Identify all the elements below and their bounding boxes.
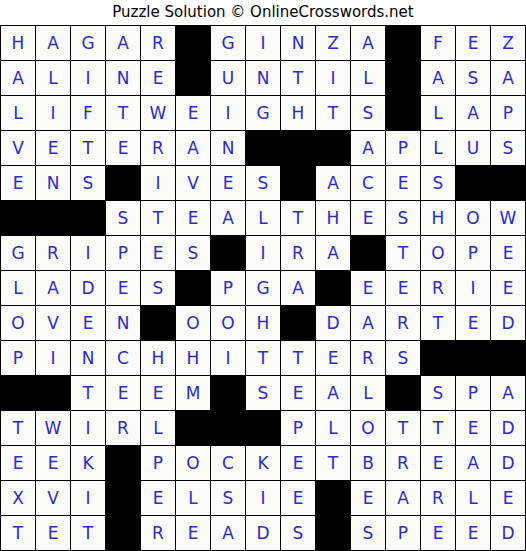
letter-cell-r8c13: R: [421, 271, 455, 305]
letter-cell-r13c1: E: [1, 446, 35, 480]
letter-cell-r4c4: E: [106, 131, 140, 165]
letter-cell-r4c12: P: [386, 131, 420, 165]
letter-cell-r6c9: T: [281, 201, 315, 235]
letter-cell-r10c2: I: [36, 341, 70, 375]
letter-cell-r11c13: S: [421, 376, 455, 410]
letter-cell-r7c1: G: [1, 236, 35, 270]
letter-cell-r11c4: E: [106, 376, 140, 410]
black-cell-r7c7: [211, 236, 245, 270]
letter-cell-r3c1: L: [1, 96, 35, 130]
letter-cell-r9c6: O: [176, 306, 210, 340]
letter-cell-r13c3: K: [71, 446, 105, 480]
letter-cell-r15c8: D: [246, 516, 280, 550]
letter-cell-r3c3: F: [71, 96, 105, 130]
letter-cell-r2c4: N: [106, 61, 140, 95]
letter-cell-r9c4: N: [106, 306, 140, 340]
letter-cell-r12c12: T: [386, 411, 420, 445]
letter-cell-r6c12: S: [386, 201, 420, 235]
letter-cell-r2c15: A: [491, 61, 525, 95]
letter-cell-r7c15: E: [491, 236, 525, 270]
letter-cell-r13c8: K: [246, 446, 280, 480]
puzzle-solution-page: Puzzle Solution © OnlineCrosswords.net H…: [0, 0, 526, 551]
letter-cell-r12c4: R: [106, 411, 140, 445]
black-cell-r12c7: [211, 411, 245, 445]
letter-cell-r8c1: L: [1, 271, 35, 305]
letter-cell-r3c4: T: [106, 96, 140, 130]
crossword-grid: HAGARGINZAFEZALINEUNTILASALIFTWEIGHTSLAP…: [0, 25, 526, 551]
letter-cell-r9c14: E: [456, 306, 490, 340]
letter-cell-r8c5: S: [141, 271, 175, 305]
letter-cell-r4c5: R: [141, 131, 175, 165]
letter-cell-r10c9: T: [281, 341, 315, 375]
letter-cell-r12c11: O: [351, 411, 385, 445]
letter-cell-r14c3: I: [71, 481, 105, 515]
black-cell-r6c3: [71, 201, 105, 235]
letter-cell-r6c7: A: [211, 201, 245, 235]
letter-cell-r10c11: R: [351, 341, 385, 375]
letter-cell-r14c11: E: [351, 481, 385, 515]
letter-cell-r15c11: S: [351, 516, 385, 550]
letter-cell-r8c12: E: [386, 271, 420, 305]
letter-cell-r4c14: U: [456, 131, 490, 165]
letter-cell-r9c15: D: [491, 306, 525, 340]
letter-cell-r14c15: E: [491, 481, 525, 515]
letter-cell-r14c1: X: [1, 481, 35, 515]
letter-cell-r1c10: Z: [316, 26, 350, 60]
letter-cell-r12c1: T: [1, 411, 35, 445]
letter-cell-r9c8: H: [246, 306, 280, 340]
letter-cell-r10c3: N: [71, 341, 105, 375]
black-cell-r4c8: [246, 131, 280, 165]
black-cell-r4c9: [281, 131, 315, 165]
letter-cell-r15c12: P: [386, 516, 420, 550]
black-cell-r2c12: [386, 61, 420, 95]
letter-cell-r3c14: A: [456, 96, 490, 130]
letter-cell-r2c7: U: [211, 61, 245, 95]
letter-cell-r12c10: L: [316, 411, 350, 445]
letter-cell-r8c7: P: [211, 271, 245, 305]
black-cell-r15c4: [106, 516, 140, 550]
letter-cell-r13c6: O: [176, 446, 210, 480]
letter-cell-r6c15: W: [491, 201, 525, 235]
black-cell-r7c11: [351, 236, 385, 270]
letter-cell-r3c6: E: [176, 96, 210, 130]
letter-cell-r8c4: E: [106, 271, 140, 305]
letter-cell-r3c9: H: [281, 96, 315, 130]
letter-cell-r15c5: R: [141, 516, 175, 550]
black-cell-r11c7: [211, 376, 245, 410]
letter-cell-r11c8: S: [246, 376, 280, 410]
letter-cell-r2c1: A: [1, 61, 35, 95]
letter-cell-r5c8: S: [246, 166, 280, 200]
letter-cell-r4c7: N: [211, 131, 245, 165]
letter-cell-r15c6: E: [176, 516, 210, 550]
letter-cell-r13c11: B: [351, 446, 385, 480]
letter-cell-r15c9: S: [281, 516, 315, 550]
letter-cell-r2c2: L: [36, 61, 70, 95]
letter-cell-r7c13: O: [421, 236, 455, 270]
letter-cell-r9c13: T: [421, 306, 455, 340]
letter-cell-r5c2: N: [36, 166, 70, 200]
black-cell-r14c10: [316, 481, 350, 515]
letter-cell-r5c1: E: [1, 166, 35, 200]
black-cell-r3c12: [386, 96, 420, 130]
black-cell-r1c6: [176, 26, 210, 60]
letter-cell-r14c12: A: [386, 481, 420, 515]
letter-cell-r12c14: E: [456, 411, 490, 445]
black-cell-r5c4: [106, 166, 140, 200]
letter-cell-r11c9: E: [281, 376, 315, 410]
letter-cell-r3c10: T: [316, 96, 350, 130]
letter-cell-r3c8: G: [246, 96, 280, 130]
letter-cell-r14c7: S: [211, 481, 245, 515]
black-cell-r6c1: [1, 201, 35, 235]
letter-cell-r10c8: T: [246, 341, 280, 375]
letter-cell-r11c15: A: [491, 376, 525, 410]
letter-cell-r7c5: E: [141, 236, 175, 270]
letter-cell-r12c15: D: [491, 411, 525, 445]
letter-cell-r2c14: S: [456, 61, 490, 95]
letter-cell-r5c7: E: [211, 166, 245, 200]
letter-cell-r15c7: A: [211, 516, 245, 550]
letter-cell-r14c6: L: [176, 481, 210, 515]
letter-cell-r4c2: E: [36, 131, 70, 165]
letter-cell-r2c3: I: [71, 61, 105, 95]
letter-cell-r2c10: I: [316, 61, 350, 95]
letter-cell-r7c14: P: [456, 236, 490, 270]
letter-cell-r4c3: T: [71, 131, 105, 165]
letter-cell-r1c7: G: [211, 26, 245, 60]
black-cell-r10c14: [456, 341, 490, 375]
letter-cell-r6c14: O: [456, 201, 490, 235]
letter-cell-r4c1: V: [1, 131, 35, 165]
letter-cell-r9c1: O: [1, 306, 35, 340]
letter-cell-r10c4: C: [106, 341, 140, 375]
page-title: Puzzle Solution © OnlineCrosswords.net: [0, 0, 526, 25]
letter-cell-r13c14: A: [456, 446, 490, 480]
letter-cell-r6c5: T: [141, 201, 175, 235]
letter-cell-r14c5: E: [141, 481, 175, 515]
letter-cell-r14c2: V: [36, 481, 70, 515]
letter-cell-r15c3: T: [71, 516, 105, 550]
letter-cell-r12c9: P: [281, 411, 315, 445]
letter-cell-r11c14: P: [456, 376, 490, 410]
letter-cell-r11c11: L: [351, 376, 385, 410]
letter-cell-r3c13: L: [421, 96, 455, 130]
black-cell-r8c6: [176, 271, 210, 305]
letter-cell-r4c11: A: [351, 131, 385, 165]
letter-cell-r9c10: D: [316, 306, 350, 340]
letter-cell-r14c9: E: [281, 481, 315, 515]
letter-cell-r6c6: E: [176, 201, 210, 235]
letter-cell-r10c7: I: [211, 341, 245, 375]
black-cell-r5c15: [491, 166, 525, 200]
letter-cell-r12c3: I: [71, 411, 105, 445]
letter-cell-r1c15: Z: [491, 26, 525, 60]
letter-cell-r13c2: E: [36, 446, 70, 480]
letter-cell-r11c3: T: [71, 376, 105, 410]
letter-cell-r11c10: A: [316, 376, 350, 410]
letter-cell-r9c2: V: [36, 306, 70, 340]
black-cell-r11c2: [36, 376, 70, 410]
letter-cell-r4c6: A: [176, 131, 210, 165]
letter-cell-r6c8: L: [246, 201, 280, 235]
letter-cell-r2c11: L: [351, 61, 385, 95]
letter-cell-r9c3: E: [71, 306, 105, 340]
letter-cell-r7c6: S: [176, 236, 210, 270]
black-cell-r4c10: [316, 131, 350, 165]
black-cell-r11c12: [386, 376, 420, 410]
letter-cell-r10c1: P: [1, 341, 35, 375]
letter-cell-r12c5: L: [141, 411, 175, 445]
letter-cell-r13c15: D: [491, 446, 525, 480]
letter-cell-r7c3: I: [71, 236, 105, 270]
letter-cell-r1c4: A: [106, 26, 140, 60]
letter-cell-r15c15: D: [491, 516, 525, 550]
letter-cell-r4c15: S: [491, 131, 525, 165]
letter-cell-r4c13: L: [421, 131, 455, 165]
black-cell-r5c9: [281, 166, 315, 200]
black-cell-r10c13: [421, 341, 455, 375]
letter-cell-r9c7: O: [211, 306, 245, 340]
letter-cell-r6c4: S: [106, 201, 140, 235]
black-cell-r15c10: [316, 516, 350, 550]
letter-cell-r5c5: I: [141, 166, 175, 200]
letter-cell-r2c13: A: [421, 61, 455, 95]
letter-cell-r5c10: A: [316, 166, 350, 200]
letter-cell-r3c5: W: [141, 96, 175, 130]
letter-cell-r9c12: R: [386, 306, 420, 340]
letter-cell-r14c13: R: [421, 481, 455, 515]
letter-cell-r13c9: E: [281, 446, 315, 480]
letter-cell-r15c1: T: [1, 516, 35, 550]
letter-cell-r7c8: I: [246, 236, 280, 270]
black-cell-r14c4: [106, 481, 140, 515]
letter-cell-r10c12: S: [386, 341, 420, 375]
letter-cell-r10c10: E: [316, 341, 350, 375]
letter-cell-r7c9: R: [281, 236, 315, 270]
black-cell-r2c6: [176, 61, 210, 95]
letter-cell-r3c11: S: [351, 96, 385, 130]
letter-cell-r3c15: P: [491, 96, 525, 130]
letter-cell-r8c14: I: [456, 271, 490, 305]
letter-cell-r8c8: G: [246, 271, 280, 305]
letter-cell-r8c2: A: [36, 271, 70, 305]
letter-cell-r7c4: P: [106, 236, 140, 270]
letter-cell-r1c3: G: [71, 26, 105, 60]
letter-cell-r7c10: A: [316, 236, 350, 270]
letter-cell-r5c11: C: [351, 166, 385, 200]
black-cell-r6c2: [36, 201, 70, 235]
letter-cell-r14c14: L: [456, 481, 490, 515]
letter-cell-r15c14: E: [456, 516, 490, 550]
letter-cell-r1c14: E: [456, 26, 490, 60]
letter-cell-r8c15: E: [491, 271, 525, 305]
letter-cell-r10c5: H: [141, 341, 175, 375]
letter-cell-r13c7: C: [211, 446, 245, 480]
letter-cell-r11c6: M: [176, 376, 210, 410]
letter-cell-r2c8: N: [246, 61, 280, 95]
letter-cell-r6c11: E: [351, 201, 385, 235]
letter-cell-r1c13: F: [421, 26, 455, 60]
letter-cell-r15c13: E: [421, 516, 455, 550]
black-cell-r9c5: [141, 306, 175, 340]
black-cell-r8c10: [316, 271, 350, 305]
black-cell-r10c15: [491, 341, 525, 375]
letter-cell-r12c2: W: [36, 411, 70, 445]
letter-cell-r7c2: R: [36, 236, 70, 270]
black-cell-r13c4: [106, 446, 140, 480]
letter-cell-r1c2: A: [36, 26, 70, 60]
letter-cell-r5c13: S: [421, 166, 455, 200]
black-cell-r12c6: [176, 411, 210, 445]
letter-cell-r13c5: P: [141, 446, 175, 480]
letter-cell-r7c12: T: [386, 236, 420, 270]
letter-cell-r1c9: N: [281, 26, 315, 60]
black-cell-r12c8: [246, 411, 280, 445]
letter-cell-r3c7: I: [211, 96, 245, 130]
letter-cell-r6c13: H: [421, 201, 455, 235]
letter-cell-r8c3: D: [71, 271, 105, 305]
letter-cell-r13c13: E: [421, 446, 455, 480]
letter-cell-r10c6: H: [176, 341, 210, 375]
letter-cell-r9c11: A: [351, 306, 385, 340]
black-cell-r11c1: [1, 376, 35, 410]
letter-cell-r5c6: V: [176, 166, 210, 200]
letter-cell-r2c5: E: [141, 61, 175, 95]
letter-cell-r1c5: R: [141, 26, 175, 60]
letter-cell-r14c8: I: [246, 481, 280, 515]
letter-cell-r15c2: E: [36, 516, 70, 550]
letter-cell-r3c2: I: [36, 96, 70, 130]
letter-cell-r8c11: E: [351, 271, 385, 305]
letter-cell-r1c8: I: [246, 26, 280, 60]
black-cell-r5c14: [456, 166, 490, 200]
black-cell-r1c12: [386, 26, 420, 60]
letter-cell-r1c11: A: [351, 26, 385, 60]
letter-cell-r13c10: T: [316, 446, 350, 480]
letter-cell-r6c10: H: [316, 201, 350, 235]
letter-cell-r12c13: T: [421, 411, 455, 445]
letter-cell-r5c12: E: [386, 166, 420, 200]
letter-cell-r2c9: T: [281, 61, 315, 95]
letter-cell-r8c9: A: [281, 271, 315, 305]
letter-cell-r11c5: E: [141, 376, 175, 410]
letter-cell-r1c1: H: [1, 26, 35, 60]
letter-cell-r13c12: R: [386, 446, 420, 480]
black-cell-r9c9: [281, 306, 315, 340]
letter-cell-r5c3: S: [71, 166, 105, 200]
